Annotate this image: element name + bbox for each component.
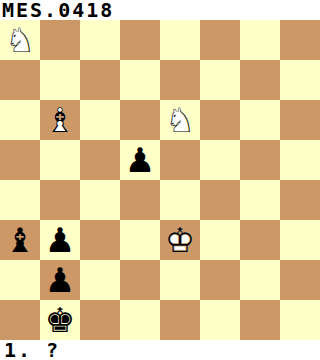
piece-outline: ♔	[160, 220, 200, 260]
square-h6[interactable]	[280, 100, 320, 140]
square-d5[interactable]: ♟	[120, 140, 160, 180]
square-c8[interactable]	[80, 20, 120, 60]
black-king[interactable]: ♚	[40, 300, 80, 340]
square-g5[interactable]	[240, 140, 280, 180]
square-f5[interactable]	[200, 140, 240, 180]
puzzle-title: MES.0418	[0, 0, 320, 20]
square-a4[interactable]	[0, 180, 40, 220]
square-c7[interactable]	[80, 60, 120, 100]
square-c5[interactable]	[80, 140, 120, 180]
square-b5[interactable]	[40, 140, 80, 180]
square-c6[interactable]	[80, 100, 120, 140]
square-h1[interactable]	[280, 300, 320, 340]
square-f1[interactable]	[200, 300, 240, 340]
square-h7[interactable]	[280, 60, 320, 100]
piece-outline: ♗	[40, 100, 80, 140]
black-pawn[interactable]: ♟	[40, 220, 80, 260]
black-pawn[interactable]: ♟	[120, 140, 160, 180]
square-h8[interactable]	[280, 20, 320, 60]
white-knight[interactable]: ♞♘	[160, 100, 200, 140]
square-a6[interactable]	[0, 100, 40, 140]
square-g2[interactable]	[240, 260, 280, 300]
square-c3[interactable]	[80, 220, 120, 260]
black-bishop[interactable]: ♝	[0, 220, 40, 260]
square-e4[interactable]	[160, 180, 200, 220]
square-d3[interactable]	[120, 220, 160, 260]
square-a1[interactable]	[0, 300, 40, 340]
square-b3[interactable]: ♟	[40, 220, 80, 260]
square-g6[interactable]	[240, 100, 280, 140]
white-king[interactable]: ♚♔	[160, 220, 200, 260]
square-f3[interactable]	[200, 220, 240, 260]
square-g7[interactable]	[240, 60, 280, 100]
square-e2[interactable]	[160, 260, 200, 300]
square-e8[interactable]	[160, 20, 200, 60]
square-c4[interactable]	[80, 180, 120, 220]
square-d8[interactable]	[120, 20, 160, 60]
white-bishop[interactable]: ♝♗	[40, 100, 80, 140]
square-h5[interactable]	[280, 140, 320, 180]
square-f8[interactable]	[200, 20, 240, 60]
square-b2[interactable]: ♟	[40, 260, 80, 300]
square-h3[interactable]	[280, 220, 320, 260]
piece-outline: ♘	[0, 20, 40, 60]
square-h2[interactable]	[280, 260, 320, 300]
square-b1[interactable]: ♚	[40, 300, 80, 340]
black-pawn[interactable]: ♟	[40, 260, 80, 300]
square-e6[interactable]: ♞♘	[160, 100, 200, 140]
square-d4[interactable]	[120, 180, 160, 220]
square-b8[interactable]	[40, 20, 80, 60]
square-f2[interactable]	[200, 260, 240, 300]
square-d2[interactable]	[120, 260, 160, 300]
square-d6[interactable]	[120, 100, 160, 140]
square-g1[interactable]	[240, 300, 280, 340]
square-c2[interactable]	[80, 260, 120, 300]
square-h4[interactable]	[280, 180, 320, 220]
square-a2[interactable]	[0, 260, 40, 300]
square-a3[interactable]: ♝	[0, 220, 40, 260]
square-f7[interactable]	[200, 60, 240, 100]
chess-board: ♞♘♝♗♞♘♟♝♟♚♔♟♚	[0, 20, 320, 340]
square-f6[interactable]	[200, 100, 240, 140]
square-e3[interactable]: ♚♔	[160, 220, 200, 260]
square-g4[interactable]	[240, 180, 280, 220]
square-b6[interactable]: ♝♗	[40, 100, 80, 140]
square-b7[interactable]	[40, 60, 80, 100]
square-a7[interactable]	[0, 60, 40, 100]
square-e5[interactable]	[160, 140, 200, 180]
square-a8[interactable]: ♞♘	[0, 20, 40, 60]
square-g8[interactable]	[240, 20, 280, 60]
square-e7[interactable]	[160, 60, 200, 100]
square-b4[interactable]	[40, 180, 80, 220]
square-c1[interactable]	[80, 300, 120, 340]
white-knight[interactable]: ♞♘	[0, 20, 40, 60]
move-prompt: 1. ?	[0, 340, 320, 360]
square-d1[interactable]	[120, 300, 160, 340]
square-a5[interactable]	[0, 140, 40, 180]
square-e1[interactable]	[160, 300, 200, 340]
square-f4[interactable]	[200, 180, 240, 220]
piece-outline: ♘	[160, 100, 200, 140]
square-d7[interactable]	[120, 60, 160, 100]
square-g3[interactable]	[240, 220, 280, 260]
